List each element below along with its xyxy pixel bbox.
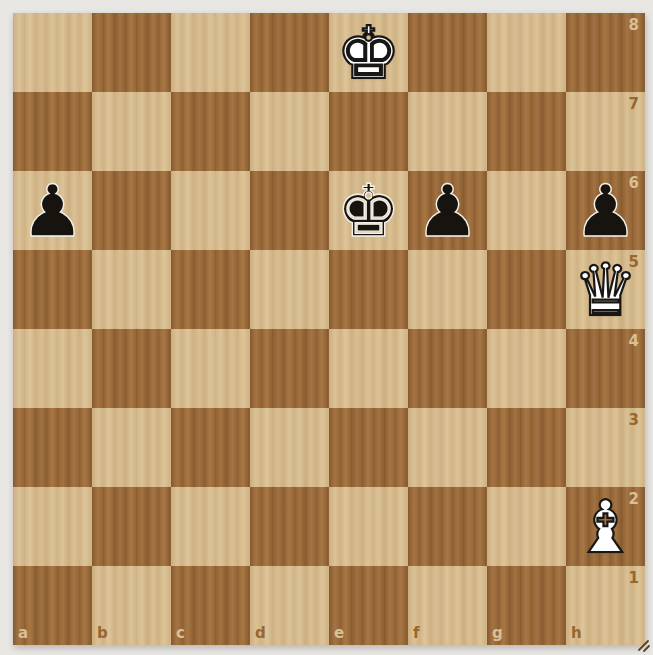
board-resize-handle-icon[interactable]	[635, 637, 651, 653]
square-d5[interactable]	[250, 250, 329, 329]
square-h1[interactable]: 1h	[566, 566, 645, 645]
square-h8[interactable]: 8	[566, 13, 645, 92]
square-c6[interactable]	[171, 171, 250, 250]
square-e5[interactable]	[329, 250, 408, 329]
file-label-e: e	[334, 626, 344, 641]
square-g5[interactable]	[487, 250, 566, 329]
square-g8[interactable]	[487, 13, 566, 92]
square-f2[interactable]	[408, 487, 487, 566]
square-f6[interactable]: ♟	[408, 171, 487, 250]
square-c7[interactable]	[171, 92, 250, 171]
square-e6[interactable]: ♚	[329, 171, 408, 250]
square-e2[interactable]	[329, 487, 408, 566]
square-f8[interactable]	[408, 13, 487, 92]
square-b5[interactable]	[92, 250, 171, 329]
square-h4[interactable]: 4	[566, 329, 645, 408]
file-label-d: d	[255, 626, 266, 641]
square-d8[interactable]	[250, 13, 329, 92]
square-f7[interactable]	[408, 92, 487, 171]
square-a5[interactable]	[13, 250, 92, 329]
square-e7[interactable]	[329, 92, 408, 171]
square-d1[interactable]: d	[250, 566, 329, 645]
chess-app-window: ♚87♟♚♟6♟5♛432♝abcdefg1h	[0, 0, 653, 655]
file-label-h: h	[571, 626, 582, 641]
file-label-g: g	[492, 626, 503, 641]
square-a6[interactable]: ♟	[13, 171, 92, 250]
square-d3[interactable]	[250, 408, 329, 487]
square-g7[interactable]	[487, 92, 566, 171]
white-king[interactable]: ♚	[329, 13, 408, 92]
rank-label-7: 7	[629, 97, 639, 112]
square-h3[interactable]: 3	[566, 408, 645, 487]
square-a2[interactable]	[13, 487, 92, 566]
chess-board: ♚87♟♚♟6♟5♛432♝abcdefg1h	[13, 13, 645, 645]
square-d6[interactable]	[250, 171, 329, 250]
file-label-f: f	[413, 626, 420, 641]
square-g6[interactable]	[487, 171, 566, 250]
square-h7[interactable]: 7	[566, 92, 645, 171]
square-c2[interactable]	[171, 487, 250, 566]
square-g1[interactable]: g	[487, 566, 566, 645]
square-b3[interactable]	[92, 408, 171, 487]
square-f1[interactable]: f	[408, 566, 487, 645]
white-queen[interactable]: ♛	[566, 250, 645, 329]
square-e3[interactable]	[329, 408, 408, 487]
square-f3[interactable]	[408, 408, 487, 487]
square-b6[interactable]	[92, 171, 171, 250]
square-g3[interactable]	[487, 408, 566, 487]
square-h6[interactable]: 6♟	[566, 171, 645, 250]
square-a3[interactable]	[13, 408, 92, 487]
square-d2[interactable]	[250, 487, 329, 566]
rank-label-4: 4	[629, 334, 639, 349]
square-g2[interactable]	[487, 487, 566, 566]
black-pawn[interactable]: ♟	[566, 171, 645, 250]
file-label-b: b	[97, 626, 108, 641]
file-label-a: a	[18, 626, 28, 641]
square-g4[interactable]	[487, 329, 566, 408]
square-f5[interactable]	[408, 250, 487, 329]
square-h5[interactable]: 5♛	[566, 250, 645, 329]
square-e4[interactable]	[329, 329, 408, 408]
square-a1[interactable]: a	[13, 566, 92, 645]
square-d4[interactable]	[250, 329, 329, 408]
white-bishop[interactable]: ♝	[566, 487, 645, 566]
square-d7[interactable]	[250, 92, 329, 171]
square-f4[interactable]	[408, 329, 487, 408]
square-b4[interactable]	[92, 329, 171, 408]
square-a7[interactable]	[13, 92, 92, 171]
black-king[interactable]: ♚	[329, 171, 408, 250]
square-b1[interactable]: b	[92, 566, 171, 645]
square-e1[interactable]: e	[329, 566, 408, 645]
black-pawn[interactable]: ♟	[408, 171, 487, 250]
square-c1[interactable]: c	[171, 566, 250, 645]
black-pawn[interactable]: ♟	[13, 171, 92, 250]
file-label-c: c	[176, 626, 185, 641]
square-c4[interactable]	[171, 329, 250, 408]
square-c5[interactable]	[171, 250, 250, 329]
rank-label-3: 3	[629, 413, 639, 428]
rank-label-1: 1	[629, 571, 639, 586]
square-c3[interactable]	[171, 408, 250, 487]
square-b8[interactable]	[92, 13, 171, 92]
rank-label-8: 8	[629, 18, 639, 33]
square-c8[interactable]	[171, 13, 250, 92]
square-h2[interactable]: 2♝	[566, 487, 645, 566]
square-a4[interactable]	[13, 329, 92, 408]
square-b2[interactable]	[92, 487, 171, 566]
square-e8[interactable]: ♚	[329, 13, 408, 92]
square-b7[interactable]	[92, 92, 171, 171]
square-a8[interactable]	[13, 13, 92, 92]
